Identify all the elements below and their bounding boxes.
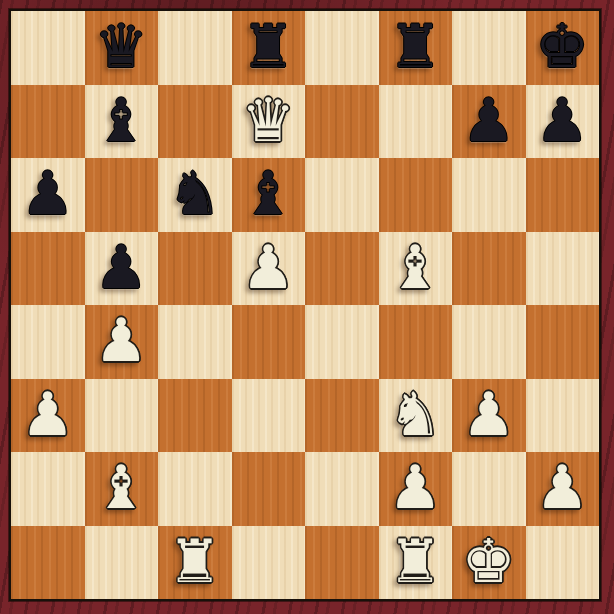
black-bishop-d6[interactable]: ♝ (232, 158, 306, 232)
black-queen-b8[interactable]: ♛ (85, 11, 159, 85)
square-f7[interactable] (379, 85, 453, 159)
square-a7[interactable] (11, 85, 85, 159)
square-h6[interactable] (526, 158, 600, 232)
square-e8[interactable] (305, 11, 379, 85)
square-b8[interactable]: ♛ (85, 11, 159, 85)
square-e6[interactable] (305, 158, 379, 232)
square-a1[interactable] (11, 526, 85, 600)
square-c4[interactable] (158, 305, 232, 379)
square-e2[interactable] (305, 452, 379, 526)
square-d8[interactable]: ♜ (232, 11, 306, 85)
chess-board: ♛♜♜♚♝♛♟♟♟♞♝♟♟♝♟♟♞♟♝♟♟♜♜♚ (11, 11, 599, 599)
white-pawn-h2[interactable]: ♟ (526, 452, 600, 526)
square-e7[interactable] (305, 85, 379, 159)
square-d1[interactable] (232, 526, 306, 600)
square-g5[interactable] (452, 232, 526, 306)
black-pawn-h7[interactable]: ♟ (526, 85, 600, 159)
square-f6[interactable] (379, 158, 453, 232)
square-b3[interactable] (85, 379, 159, 453)
square-c2[interactable] (158, 452, 232, 526)
square-f5[interactable]: ♝ (379, 232, 453, 306)
white-rook-f1[interactable]: ♜ (379, 526, 453, 600)
white-king-g1[interactable]: ♚ (452, 526, 526, 600)
square-f8[interactable]: ♜ (379, 11, 453, 85)
square-b1[interactable] (85, 526, 159, 600)
white-pawn-b4[interactable]: ♟ (85, 305, 159, 379)
square-e3[interactable] (305, 379, 379, 453)
square-b7[interactable]: ♝ (85, 85, 159, 159)
square-g4[interactable] (452, 305, 526, 379)
square-c3[interactable] (158, 379, 232, 453)
square-g3[interactable]: ♟ (452, 379, 526, 453)
white-pawn-g3[interactable]: ♟ (452, 379, 526, 453)
square-h8[interactable]: ♚ (526, 11, 600, 85)
white-pawn-d5[interactable]: ♟ (232, 232, 306, 306)
square-c5[interactable] (158, 232, 232, 306)
square-h2[interactable]: ♟ (526, 452, 600, 526)
square-c6[interactable]: ♞ (158, 158, 232, 232)
black-king-h8[interactable]: ♚ (526, 11, 600, 85)
white-bishop-b2[interactable]: ♝ (85, 452, 159, 526)
square-g8[interactable] (452, 11, 526, 85)
square-a3[interactable]: ♟ (11, 379, 85, 453)
white-pawn-f2[interactable]: ♟ (379, 452, 453, 526)
square-e1[interactable] (305, 526, 379, 600)
square-b4[interactable]: ♟ (85, 305, 159, 379)
white-bishop-f5[interactable]: ♝ (379, 232, 453, 306)
square-b6[interactable] (85, 158, 159, 232)
black-rook-f8[interactable]: ♜ (379, 11, 453, 85)
square-a2[interactable] (11, 452, 85, 526)
square-e5[interactable] (305, 232, 379, 306)
black-rook-d8[interactable]: ♜ (232, 11, 306, 85)
white-knight-f3[interactable]: ♞ (379, 379, 453, 453)
square-d2[interactable] (232, 452, 306, 526)
black-bishop-b7[interactable]: ♝ (85, 85, 159, 159)
square-f1[interactable]: ♜ (379, 526, 453, 600)
square-g7[interactable]: ♟ (452, 85, 526, 159)
square-h5[interactable] (526, 232, 600, 306)
square-b5[interactable]: ♟ (85, 232, 159, 306)
white-rook-c1[interactable]: ♜ (158, 526, 232, 600)
board-frame: ♛♜♜♚♝♛♟♟♟♞♝♟♟♝♟♟♞♟♝♟♟♜♜♚ (0, 0, 614, 614)
square-d5[interactable]: ♟ (232, 232, 306, 306)
square-c8[interactable] (158, 11, 232, 85)
square-d4[interactable] (232, 305, 306, 379)
square-g1[interactable]: ♚ (452, 526, 526, 600)
square-d6[interactable]: ♝ (232, 158, 306, 232)
square-g6[interactable] (452, 158, 526, 232)
square-h7[interactable]: ♟ (526, 85, 600, 159)
white-queen-d7[interactable]: ♛ (232, 85, 306, 159)
square-f2[interactable]: ♟ (379, 452, 453, 526)
square-a8[interactable] (11, 11, 85, 85)
square-d3[interactable] (232, 379, 306, 453)
square-f3[interactable]: ♞ (379, 379, 453, 453)
square-c7[interactable] (158, 85, 232, 159)
white-pawn-a3[interactable]: ♟ (11, 379, 85, 453)
square-h1[interactable] (526, 526, 600, 600)
square-b2[interactable]: ♝ (85, 452, 159, 526)
black-pawn-a6[interactable]: ♟ (11, 158, 85, 232)
square-d7[interactable]: ♛ (232, 85, 306, 159)
square-h3[interactable] (526, 379, 600, 453)
square-e4[interactable] (305, 305, 379, 379)
square-h4[interactable] (526, 305, 600, 379)
square-c1[interactable]: ♜ (158, 526, 232, 600)
black-knight-c6[interactable]: ♞ (158, 158, 232, 232)
black-pawn-b5[interactable]: ♟ (85, 232, 159, 306)
square-a6[interactable]: ♟ (11, 158, 85, 232)
square-a4[interactable] (11, 305, 85, 379)
square-f4[interactable] (379, 305, 453, 379)
square-g2[interactable] (452, 452, 526, 526)
black-pawn-g7[interactable]: ♟ (452, 85, 526, 159)
square-a5[interactable] (11, 232, 85, 306)
